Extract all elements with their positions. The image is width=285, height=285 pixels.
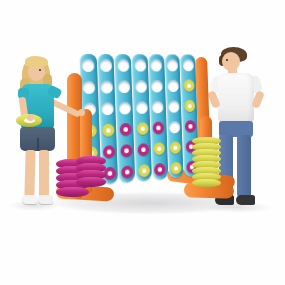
empty-hole [151, 79, 163, 92]
cell-r3-c3 [116, 97, 133, 119]
empty-hole [152, 100, 164, 113]
cell-r4-c3 [117, 118, 134, 140]
magenta-ring-stack-front [76, 156, 106, 184]
cell-r6-c5 [152, 158, 168, 180]
magenta-ring [120, 144, 132, 157]
empty-hole [134, 59, 146, 72]
magenta-ring [185, 120, 196, 133]
empty-hole [101, 80, 114, 93]
cell-r5-c6 [167, 136, 183, 158]
girl-left-leg [24, 150, 35, 197]
cell-r1-c7 [180, 54, 195, 75]
cell-r2-c4 [133, 75, 149, 96]
yellow-ring [102, 123, 115, 136]
cell-r3-c6 [166, 96, 182, 117]
empty-hole [167, 79, 178, 91]
cell-r4-c5 [151, 117, 167, 139]
empty-hole [151, 59, 163, 71]
cell-r3-c2 [99, 97, 116, 119]
cell-r3-c7 [182, 95, 197, 116]
cell-r4-c6 [167, 116, 183, 137]
empty-hole [82, 58, 95, 71]
product-photo-stage [0, 0, 285, 285]
yellow-ring [136, 122, 148, 135]
yellow-stacked-ring [192, 179, 221, 187]
cell-r2-c7 [181, 75, 196, 96]
girl-hand-on-post [78, 109, 85, 116]
empty-hole [182, 59, 193, 71]
boy-right-leg [237, 135, 251, 197]
yellow-ring-stack [192, 137, 221, 185]
cell-r1-c4 [132, 54, 148, 75]
empty-hole [101, 102, 114, 115]
girl-hand-on-ring [27, 114, 34, 121]
yellow-ring [153, 142, 165, 155]
girl-fringe [25, 56, 48, 67]
cell-r2-c5 [149, 75, 165, 96]
yellow-ring [170, 161, 181, 174]
empty-hole [117, 59, 129, 72]
girl-eye [39, 69, 41, 71]
cell-r4-c2 [100, 119, 117, 141]
yellow-ring [184, 99, 195, 111]
empty-hole [118, 80, 130, 93]
cell-r3-c4 [133, 96, 149, 118]
cell-r5-c5 [151, 137, 167, 159]
magenta-ring [153, 121, 165, 134]
empty-hole [135, 80, 147, 93]
girl-left-shoe [22, 195, 37, 204]
cell-r3-c5 [150, 96, 166, 117]
cell-r1-c3 [115, 54, 132, 76]
girl-shorts-seam [37, 138, 39, 151]
magenta-ring [154, 162, 166, 175]
boy-white-tshirt [218, 73, 254, 123]
cell-r6-c6 [168, 157, 184, 179]
magenta-ring [137, 143, 149, 156]
cell-r2-c2 [98, 76, 115, 98]
empty-hole [136, 101, 148, 114]
cell-r2-c6 [165, 75, 181, 96]
magenta-ring [119, 122, 131, 135]
empty-hole [83, 80, 96, 93]
cell-r4-c7 [182, 115, 197, 136]
cell-r2-c3 [116, 75, 133, 97]
yellow-ring [170, 141, 181, 154]
empty-hole [167, 59, 178, 71]
girl-right-shoe [38, 195, 53, 204]
girl-right-leg [39, 150, 49, 197]
cell-r6-c3 [119, 160, 136, 183]
cell-r6-c4 [136, 159, 152, 181]
cell-r4-c4 [134, 117, 150, 139]
empty-hole [168, 100, 179, 113]
boy-right-shoe [236, 195, 255, 205]
yellow-ring [183, 79, 194, 91]
cell-r5-c3 [118, 139, 135, 161]
magenta-ring [121, 165, 133, 178]
cell-r1-c5 [148, 54, 164, 75]
girl-figure [8, 54, 66, 206]
cell-r2-c1 [80, 76, 98, 98]
empty-hole [100, 58, 113, 71]
cell-r1-c2 [97, 54, 114, 76]
yellow-ring [138, 164, 150, 177]
magenta-stacked-ring [76, 177, 106, 187]
boy-eye [226, 59, 228, 61]
cell-r1-c1 [80, 54, 98, 76]
cell-r1-c6 [165, 54, 181, 75]
empty-hole [119, 101, 131, 114]
cell-r5-c4 [135, 138, 151, 160]
empty-hole [169, 120, 180, 133]
